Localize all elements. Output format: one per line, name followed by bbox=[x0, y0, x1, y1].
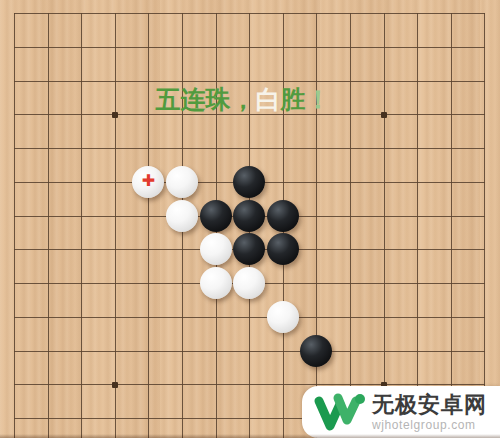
win-message-segment: ！ bbox=[306, 85, 331, 113]
white-stone bbox=[233, 267, 265, 299]
grid-line bbox=[316, 13, 317, 438]
last-move-marker-icon: ✚ bbox=[142, 173, 155, 189]
grid-line bbox=[48, 13, 49, 438]
grid-line bbox=[451, 13, 452, 438]
grid-line bbox=[14, 81, 485, 82]
grid-line bbox=[350, 13, 351, 438]
black-stone bbox=[267, 200, 299, 232]
watermark-badge: 无极安卓网 wjhotelgroup.com bbox=[302, 386, 500, 438]
star-point bbox=[112, 382, 118, 388]
grid-line bbox=[384, 13, 385, 438]
black-stone bbox=[233, 200, 265, 232]
grid-line bbox=[417, 13, 418, 438]
grid-line bbox=[14, 13, 15, 438]
grid-line bbox=[14, 13, 485, 14]
gomoku-app-screen: ✚ 五连珠，白胜！ 无极安卓网 wjhotelgroup.com bbox=[0, 0, 500, 438]
white-stone bbox=[267, 301, 299, 333]
grid-line bbox=[14, 148, 485, 149]
white-stone bbox=[200, 233, 232, 265]
win-message-segment: 白 bbox=[256, 85, 281, 113]
grid-line bbox=[14, 317, 485, 318]
black-stone bbox=[233, 166, 265, 198]
white-stone: ✚ bbox=[132, 166, 164, 198]
grid-line bbox=[14, 47, 485, 48]
watermark-title: 无极安卓网 bbox=[372, 394, 487, 416]
black-stone bbox=[267, 233, 299, 265]
win-message-segment: 胜 bbox=[281, 85, 306, 113]
win-message-segment: 五连珠， bbox=[156, 85, 256, 113]
white-stone bbox=[200, 267, 232, 299]
grid-line bbox=[115, 13, 116, 438]
grid-line bbox=[484, 13, 485, 438]
grid-line bbox=[148, 13, 149, 438]
win-message: 五连珠，白胜！ bbox=[0, 86, 486, 114]
white-stone bbox=[166, 200, 198, 232]
watermark-subtitle: wjhotelgroup.com bbox=[372, 419, 487, 431]
wjandroid-logo-icon bbox=[313, 388, 365, 436]
grid-line bbox=[14, 114, 485, 115]
grid-line bbox=[81, 13, 82, 438]
black-stone bbox=[233, 233, 265, 265]
white-stone bbox=[166, 166, 198, 198]
black-stone bbox=[200, 200, 232, 232]
black-stone bbox=[300, 335, 332, 367]
grid-line bbox=[14, 351, 485, 352]
